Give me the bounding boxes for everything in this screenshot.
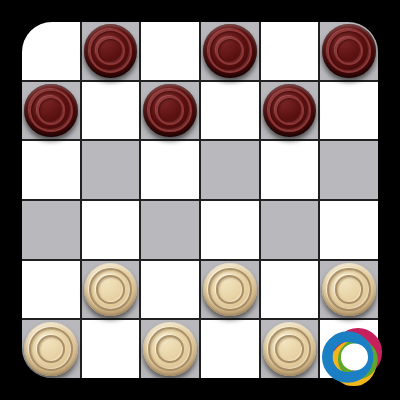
square-r1c1[interactable] bbox=[22, 22, 80, 80]
square-r6c5[interactable] bbox=[261, 320, 319, 378]
square-r1c5[interactable] bbox=[261, 22, 319, 80]
piece-outer-groove bbox=[148, 327, 192, 371]
piece-inner-groove bbox=[156, 335, 185, 364]
square-r1c3[interactable] bbox=[141, 22, 199, 80]
square-r6c4[interactable] bbox=[201, 320, 259, 378]
checker-piece-light[interactable] bbox=[24, 322, 78, 376]
piece-inner-groove bbox=[37, 96, 66, 125]
app-logo-icon bbox=[322, 327, 384, 389]
square-r3c5[interactable] bbox=[261, 141, 319, 199]
piece-outer-groove bbox=[89, 29, 133, 73]
checker-piece-dark[interactable] bbox=[24, 84, 78, 138]
checker-piece-dark[interactable] bbox=[263, 84, 317, 138]
square-r2c4[interactable] bbox=[201, 82, 259, 140]
square-r1c6[interactable] bbox=[320, 22, 378, 80]
checker-piece-light[interactable] bbox=[84, 263, 138, 317]
square-r5c1[interactable] bbox=[22, 261, 80, 319]
piece-outer-groove bbox=[327, 268, 371, 312]
piece-inner-groove bbox=[37, 335, 66, 364]
square-r6c2[interactable] bbox=[82, 320, 140, 378]
piece-inner-groove bbox=[216, 275, 245, 304]
checker-piece-dark[interactable] bbox=[84, 24, 138, 78]
square-r2c2[interactable] bbox=[82, 82, 140, 140]
square-r4c5[interactable] bbox=[261, 201, 319, 259]
square-r3c1[interactable] bbox=[22, 141, 80, 199]
square-r5c3[interactable] bbox=[141, 261, 199, 319]
piece-inner-groove bbox=[216, 37, 245, 66]
square-r3c4[interactable] bbox=[201, 141, 259, 199]
piece-outer-groove bbox=[327, 29, 371, 73]
piece-inner-groove bbox=[96, 275, 125, 304]
piece-inner-groove bbox=[275, 96, 304, 125]
checker-piece-dark[interactable] bbox=[203, 24, 257, 78]
square-r5c2[interactable] bbox=[82, 261, 140, 319]
checker-piece-dark[interactable] bbox=[322, 24, 376, 78]
piece-outer-groove bbox=[268, 327, 312, 371]
square-r1c4[interactable] bbox=[201, 22, 259, 80]
piece-outer-groove bbox=[29, 327, 73, 371]
piece-inner-groove bbox=[335, 37, 364, 66]
piece-outer-groove bbox=[148, 89, 192, 133]
piece-inner-groove bbox=[335, 275, 364, 304]
square-r4c1[interactable] bbox=[22, 201, 80, 259]
square-r6c1[interactable] bbox=[22, 320, 80, 378]
square-r4c4[interactable] bbox=[201, 201, 259, 259]
piece-outer-groove bbox=[208, 29, 252, 73]
square-r2c3[interactable] bbox=[141, 82, 199, 140]
checker-piece-light[interactable] bbox=[203, 263, 257, 317]
piece-inner-groove bbox=[96, 37, 125, 66]
square-r5c4[interactable] bbox=[201, 261, 259, 319]
square-r3c3[interactable] bbox=[141, 141, 199, 199]
square-r4c6[interactable] bbox=[320, 201, 378, 259]
square-r2c1[interactable] bbox=[22, 82, 80, 140]
square-r6c3[interactable] bbox=[141, 320, 199, 378]
square-r4c3[interactable] bbox=[141, 201, 199, 259]
checker-piece-light[interactable] bbox=[322, 263, 376, 317]
checker-piece-light[interactable] bbox=[263, 322, 317, 376]
square-r1c2[interactable] bbox=[82, 22, 140, 80]
piece-outer-groove bbox=[268, 89, 312, 133]
piece-outer-groove bbox=[208, 268, 252, 312]
square-r4c2[interactable] bbox=[82, 201, 140, 259]
square-r2c6[interactable] bbox=[320, 82, 378, 140]
piece-outer-groove bbox=[89, 268, 133, 312]
piece-inner-groove bbox=[275, 335, 304, 364]
square-r5c5[interactable] bbox=[261, 261, 319, 319]
checkers-board bbox=[22, 22, 378, 378]
square-r2c5[interactable] bbox=[261, 82, 319, 140]
piece-inner-groove bbox=[156, 96, 185, 125]
checker-piece-light[interactable] bbox=[143, 322, 197, 376]
piece-outer-groove bbox=[29, 89, 73, 133]
square-r3c6[interactable] bbox=[320, 141, 378, 199]
square-r3c2[interactable] bbox=[82, 141, 140, 199]
square-r5c6[interactable] bbox=[320, 261, 378, 319]
checker-piece-dark[interactable] bbox=[143, 84, 197, 138]
logo-white-center bbox=[341, 343, 368, 370]
